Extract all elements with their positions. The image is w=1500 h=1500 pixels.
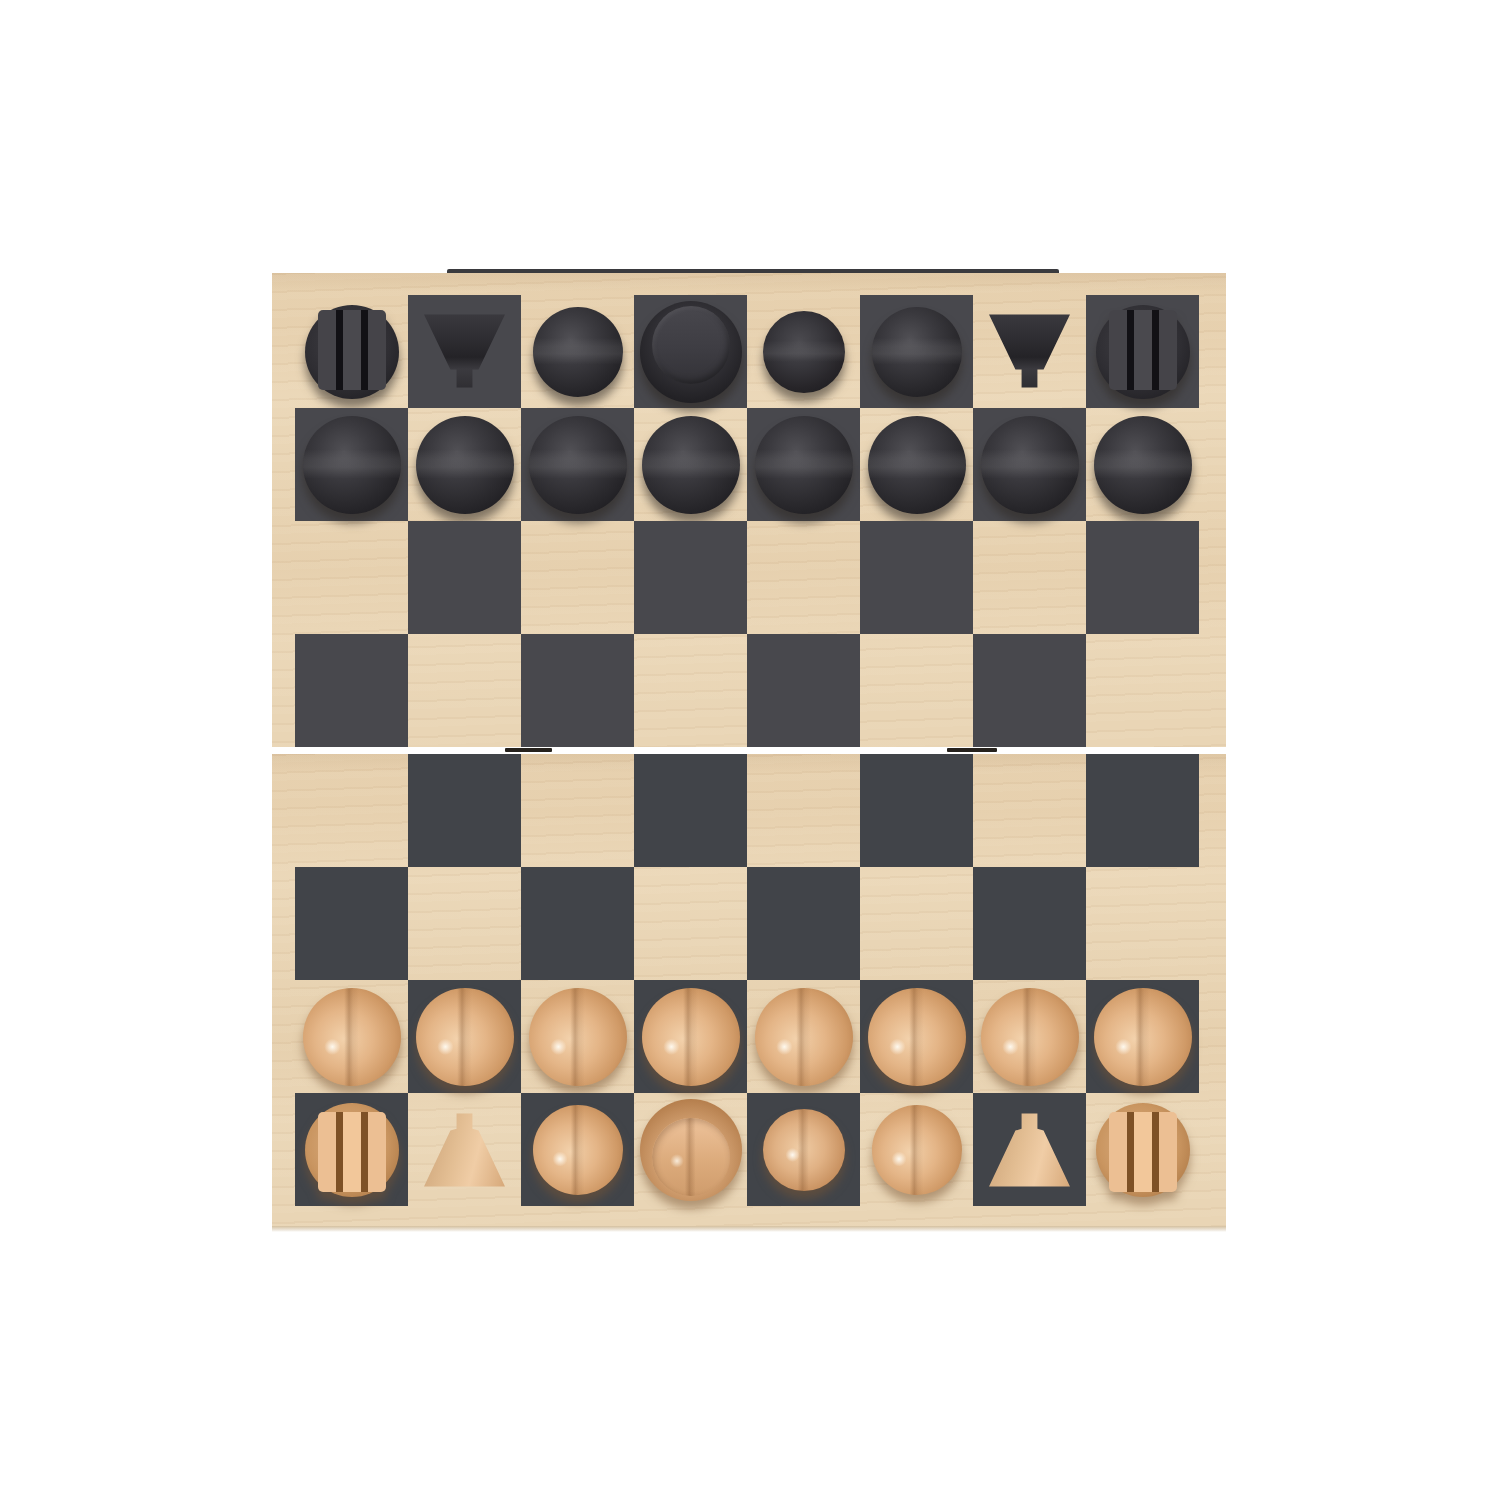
square-b2[interactable] [408, 980, 521, 1093]
square-a8[interactable] [295, 295, 408, 408]
white-bishop-piece[interactable] [872, 1105, 962, 1195]
square-a1[interactable] [295, 1093, 408, 1206]
square-a2[interactable] [295, 980, 408, 1093]
square-g5[interactable] [973, 634, 1086, 747]
square-f2[interactable] [860, 980, 973, 1093]
black-pawn-piece[interactable] [981, 416, 1079, 514]
chess-board [272, 273, 1226, 1232]
square-c4[interactable] [521, 754, 634, 867]
rook-slots [318, 310, 386, 390]
white-pawn-piece[interactable] [868, 988, 966, 1086]
square-d6[interactable] [634, 521, 747, 634]
board-upper-half [272, 273, 1226, 747]
board-hinge-right [947, 748, 997, 752]
white-pawn-piece[interactable] [529, 988, 627, 1086]
black-bishop-piece[interactable] [533, 307, 623, 397]
white-rook-piece[interactable] [305, 1103, 399, 1197]
square-d5[interactable] [634, 634, 747, 747]
square-f1[interactable] [860, 1093, 973, 1206]
black-pawn-piece[interactable] [303, 416, 401, 514]
square-e5[interactable] [747, 634, 860, 747]
black-knight-piece[interactable] [421, 309, 509, 395]
square-c7[interactable] [521, 408, 634, 521]
square-c5[interactable] [521, 634, 634, 747]
queen-flat-top [652, 1118, 730, 1196]
white-rook-piece[interactable] [1096, 1103, 1190, 1197]
square-b4[interactable] [408, 754, 521, 867]
square-d7[interactable] [634, 408, 747, 521]
square-f5[interactable] [860, 634, 973, 747]
square-b1[interactable] [408, 1093, 521, 1206]
square-c3[interactable] [521, 867, 634, 980]
square-h6[interactable] [1086, 521, 1199, 634]
black-knight-piece[interactable] [986, 309, 1074, 395]
square-a7[interactable] [295, 408, 408, 521]
scene-background [0, 0, 1500, 1500]
white-pawn-piece[interactable] [981, 988, 1079, 1086]
square-b8[interactable] [408, 295, 521, 408]
square-h1[interactable] [1086, 1093, 1199, 1206]
square-f7[interactable] [860, 408, 973, 521]
black-rook-piece[interactable] [1096, 305, 1190, 399]
square-b7[interactable] [408, 408, 521, 521]
square-e8[interactable] [747, 295, 860, 408]
square-g2[interactable] [973, 980, 1086, 1093]
rook-slots [1109, 310, 1177, 390]
black-queen-piece[interactable] [640, 301, 742, 403]
rook-slots [1109, 1112, 1177, 1192]
black-pawn-piece[interactable] [755, 416, 853, 514]
square-f3[interactable] [860, 867, 973, 980]
black-bishop-piece[interactable] [872, 307, 962, 397]
board-fold-gap [272, 747, 1226, 754]
queen-flat-top [652, 306, 730, 384]
square-b3[interactable] [408, 867, 521, 980]
square-e4[interactable] [747, 754, 860, 867]
white-queen-piece[interactable] [640, 1099, 742, 1201]
square-e2[interactable] [747, 980, 860, 1093]
square-e6[interactable] [747, 521, 860, 634]
black-rook-piece[interactable] [305, 305, 399, 399]
square-e3[interactable] [747, 867, 860, 980]
square-a3[interactable] [295, 867, 408, 980]
black-pawn-piece[interactable] [416, 416, 514, 514]
square-e7[interactable] [747, 408, 860, 521]
square-h4[interactable] [1086, 754, 1199, 867]
square-a6[interactable] [295, 521, 408, 634]
white-pawn-piece[interactable] [642, 988, 740, 1086]
black-pawn-piece[interactable] [642, 416, 740, 514]
square-b5[interactable] [408, 634, 521, 747]
square-f4[interactable] [860, 754, 973, 867]
square-g1[interactable] [973, 1093, 1086, 1206]
square-g4[interactable] [973, 754, 1086, 867]
board-hinge-left [505, 748, 552, 752]
white-king-piece[interactable] [763, 1109, 845, 1191]
square-b6[interactable] [408, 521, 521, 634]
black-king-piece[interactable] [763, 311, 845, 393]
square-f6[interactable] [860, 521, 973, 634]
white-pawn-piece[interactable] [1094, 988, 1192, 1086]
board-lower-half [272, 754, 1226, 1226]
square-h5[interactable] [1086, 634, 1199, 747]
square-d2[interactable] [634, 980, 747, 1093]
square-g8[interactable] [973, 295, 1086, 408]
square-h7[interactable] [1086, 408, 1199, 521]
black-pawn-piece[interactable] [529, 416, 627, 514]
square-a5[interactable] [295, 634, 408, 747]
white-bishop-piece[interactable] [533, 1105, 623, 1195]
white-pawn-piece[interactable] [416, 988, 514, 1086]
square-d1[interactable] [634, 1093, 747, 1206]
square-d4[interactable] [634, 754, 747, 867]
square-g7[interactable] [973, 408, 1086, 521]
square-d8[interactable] [634, 295, 747, 408]
square-h2[interactable] [1086, 980, 1199, 1093]
rook-slots [318, 1112, 386, 1192]
square-d3[interactable] [634, 867, 747, 980]
board-front-edge [272, 1226, 1226, 1232]
square-f8[interactable] [860, 295, 973, 408]
white-knight-piece[interactable] [986, 1107, 1074, 1193]
square-h8[interactable] [1086, 295, 1199, 408]
square-g3[interactable] [973, 867, 1086, 980]
white-knight-piece[interactable] [421, 1107, 509, 1193]
square-c1[interactable] [521, 1093, 634, 1206]
square-c6[interactable] [521, 521, 634, 634]
black-pawn-piece[interactable] [1094, 416, 1192, 514]
white-pawn-piece[interactable] [755, 988, 853, 1086]
white-pawn-piece[interactable] [303, 988, 401, 1086]
square-a4[interactable] [295, 754, 408, 867]
square-c2[interactable] [521, 980, 634, 1093]
square-e1[interactable] [747, 1093, 860, 1206]
square-g6[interactable] [973, 521, 1086, 634]
black-pawn-piece[interactable] [868, 416, 966, 514]
square-h3[interactable] [1086, 867, 1199, 980]
square-c8[interactable] [521, 295, 634, 408]
